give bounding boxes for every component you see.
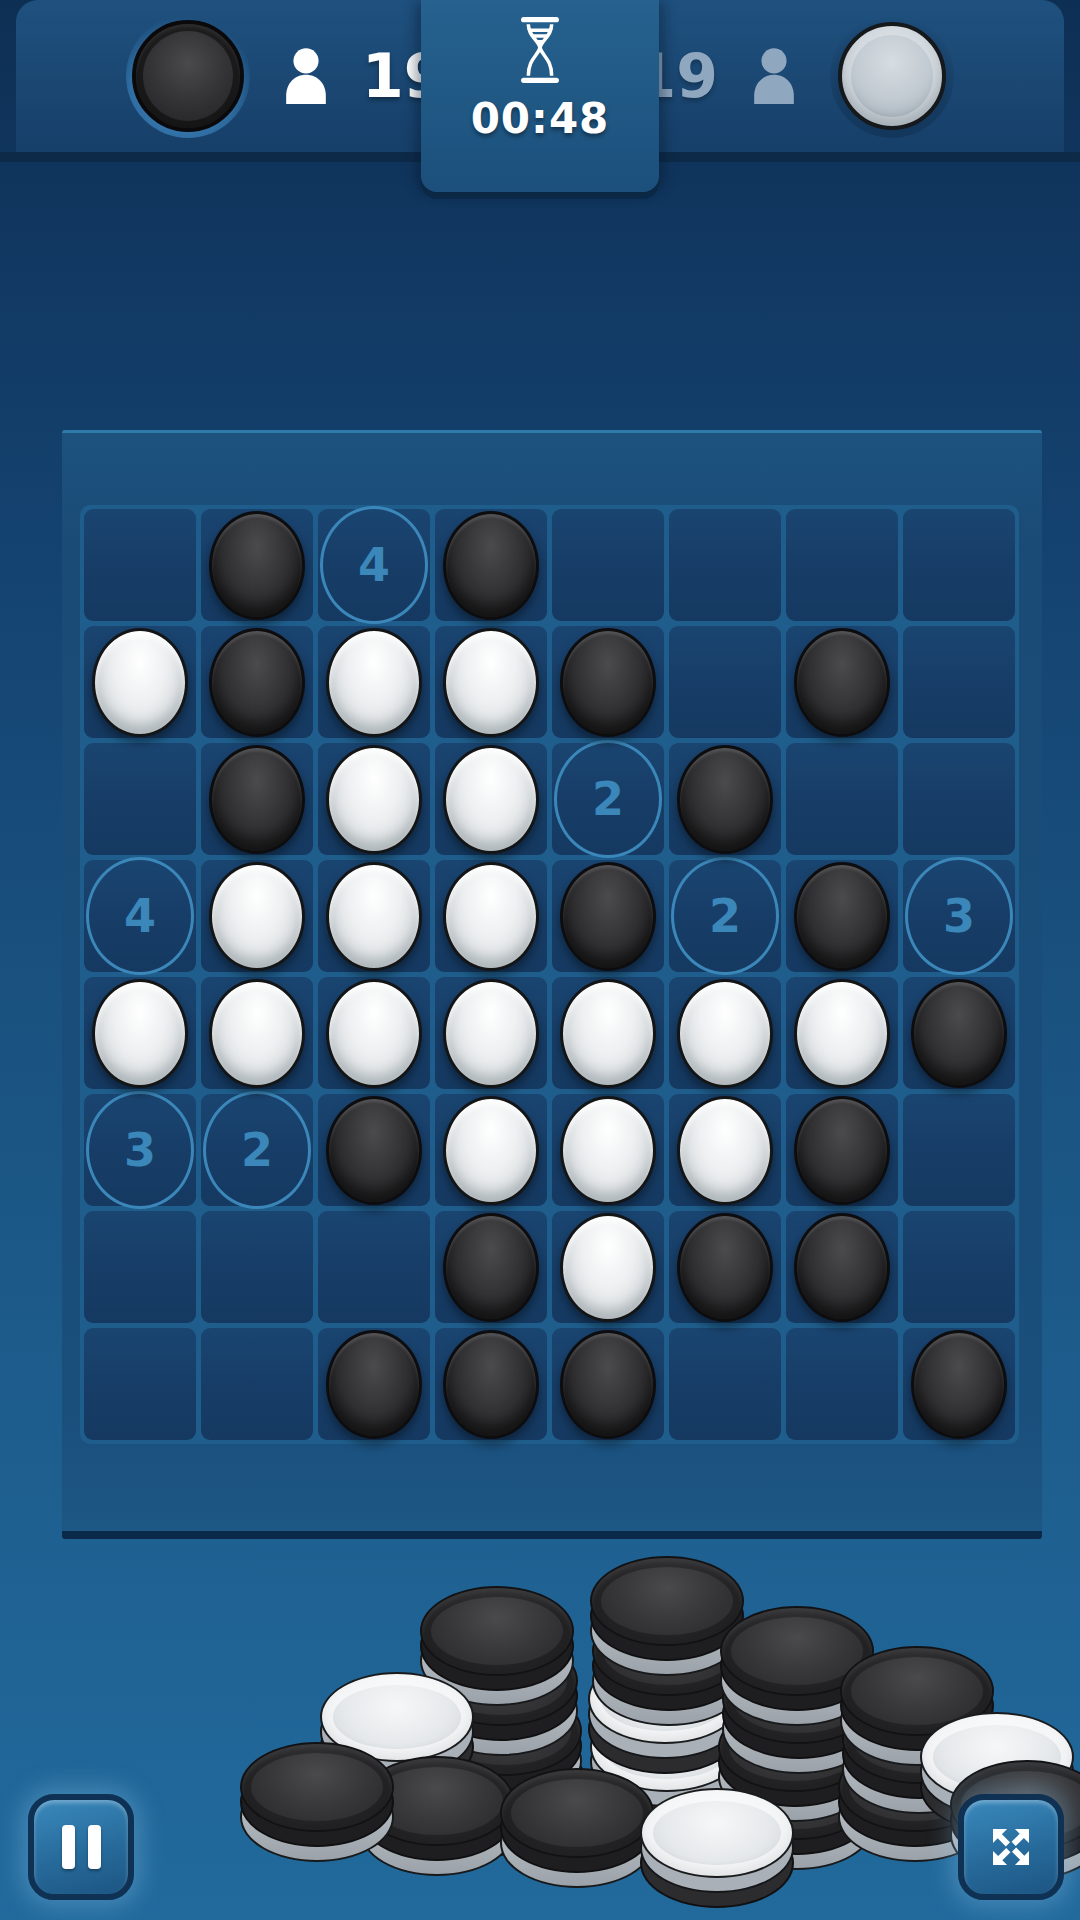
board-cell (786, 1094, 898, 1206)
black-disc (911, 1330, 1007, 1439)
move-hint[interactable]: 2 (554, 740, 662, 858)
black-disc (209, 511, 305, 620)
board-cell (903, 626, 1015, 738)
black-disc (794, 628, 890, 737)
board-cell (552, 977, 664, 1089)
board-cell (552, 1211, 664, 1323)
board-cell (201, 1328, 313, 1440)
board-cell (552, 1094, 664, 1206)
board-cell (669, 1211, 781, 1323)
person-icon (278, 45, 334, 107)
white-disc (92, 628, 188, 737)
pile-disc (320, 1672, 470, 1792)
active-turn-glow (126, 14, 250, 138)
pile-disc (722, 1654, 872, 1774)
board-cell (435, 860, 547, 972)
othello-board: 4242332 (80, 505, 1019, 1444)
black-disc (443, 1213, 539, 1322)
move-hint[interactable]: 4 (320, 506, 428, 624)
board-cell (84, 977, 196, 1089)
board-cell[interactable]: 3 (903, 860, 1015, 972)
board-cell (201, 626, 313, 738)
white-disc (326, 862, 422, 971)
move-hint[interactable]: 2 (671, 857, 779, 975)
board-cell (84, 509, 196, 621)
board-cell (201, 509, 313, 621)
pile-disc (360, 1756, 510, 1876)
white-disc (443, 745, 539, 854)
board-cell (435, 1211, 547, 1323)
idle-turn-ring (830, 14, 954, 138)
board-cell (435, 743, 547, 855)
pile-disc (420, 1586, 570, 1706)
board-cell[interactable]: 4 (318, 509, 430, 621)
board-cell (201, 1211, 313, 1323)
move-hint[interactable]: 3 (86, 1091, 194, 1209)
white-player-panel: 19 (635, 14, 955, 138)
white-disc (677, 979, 773, 1088)
black-disc (326, 1330, 422, 1439)
pile-disc (720, 1606, 870, 1726)
pile-disc (592, 1606, 742, 1726)
white-disc (560, 1096, 656, 1205)
board-cell (903, 1211, 1015, 1323)
pile-disc (590, 1556, 740, 1676)
board-cell (669, 626, 781, 738)
pile-disc (428, 1686, 578, 1806)
black-disc (560, 1330, 656, 1439)
fullscreen-button[interactable] (958, 1794, 1064, 1900)
pile-disc (640, 1788, 790, 1908)
game-board-panel: 4242332 (62, 430, 1042, 1539)
white-disc (443, 862, 539, 971)
pile-disc (432, 1736, 582, 1856)
board-cell (786, 1328, 898, 1440)
board-cell[interactable]: 2 (201, 1094, 313, 1206)
white-disc (443, 1096, 539, 1205)
hourglass-icon (512, 14, 568, 86)
white-disc-icon (838, 22, 946, 130)
white-disc (443, 979, 539, 1088)
board-cell[interactable]: 2 (669, 860, 781, 972)
white-disc (443, 628, 539, 737)
black-disc-icon (132, 20, 244, 132)
white-disc (326, 979, 422, 1088)
white-disc (560, 1213, 656, 1322)
board-cell (903, 977, 1015, 1089)
board-cell (435, 977, 547, 1089)
pile-disc (720, 1750, 870, 1870)
board-cell (903, 1328, 1015, 1440)
board-cell (318, 1328, 430, 1440)
board-cell (435, 1328, 547, 1440)
pile-disc (592, 1750, 742, 1870)
black-disc (677, 1213, 773, 1322)
board-cell (318, 743, 430, 855)
board-cell (786, 509, 898, 621)
board-cell (435, 1094, 547, 1206)
board-cell (552, 626, 664, 738)
white-disc (326, 745, 422, 854)
board-cell[interactable]: 2 (552, 743, 664, 855)
white-disc (794, 979, 890, 1088)
board-cell (84, 626, 196, 738)
board-cell (201, 860, 313, 972)
board-cell (552, 860, 664, 972)
pile-disc (718, 1702, 868, 1822)
board-cell (786, 626, 898, 738)
black-disc (209, 745, 305, 854)
board-cell[interactable]: 3 (84, 1094, 196, 1206)
board-cell (84, 743, 196, 855)
black-disc (794, 1213, 890, 1322)
board-cell (435, 509, 547, 621)
board-cell (669, 1094, 781, 1206)
board-cell (903, 509, 1015, 621)
black-disc (794, 862, 890, 971)
black-disc (326, 1096, 422, 1205)
board-cell (201, 743, 313, 855)
pause-icon (88, 1825, 101, 1869)
board-cell (669, 1328, 781, 1440)
board-cell (201, 977, 313, 1089)
black-disc (209, 628, 305, 737)
white-disc (92, 979, 188, 1088)
expand-arrows-icon (984, 1820, 1038, 1874)
pile-disc (842, 1694, 992, 1814)
black-disc (677, 745, 773, 854)
black-disc (560, 628, 656, 737)
white-disc (326, 628, 422, 737)
board-cell (318, 977, 430, 1089)
black-disc (560, 862, 656, 971)
black-disc (911, 979, 1007, 1088)
pause-icon (62, 1825, 75, 1869)
person-icon (746, 45, 802, 107)
board-cell (903, 743, 1015, 855)
board-cell (786, 977, 898, 1089)
board-cell (318, 860, 430, 972)
black-player-panel: 19 (126, 14, 446, 138)
white-disc (209, 979, 305, 1088)
board-cell (552, 1328, 664, 1440)
board-cell (318, 1094, 430, 1206)
white-disc (677, 1096, 773, 1205)
board-cell (84, 1211, 196, 1323)
board-cell (669, 743, 781, 855)
move-hint[interactable]: 3 (905, 857, 1013, 975)
black-disc (794, 1096, 890, 1205)
pause-button[interactable] (28, 1794, 134, 1900)
board-cell (318, 1211, 430, 1323)
board-cell (318, 626, 430, 738)
board-cell (786, 743, 898, 855)
black-disc (443, 1330, 539, 1439)
board-cell (84, 1328, 196, 1440)
board-cell (669, 509, 781, 621)
timer-panel: 00:48 (421, 0, 659, 192)
pile-disc (840, 1646, 990, 1766)
board-cell (552, 509, 664, 621)
pile-disc (588, 1654, 738, 1774)
black-disc (443, 511, 539, 620)
board-cell[interactable]: 4 (84, 860, 196, 972)
board-cell (669, 977, 781, 1089)
board-cell (435, 626, 547, 738)
move-hint[interactable]: 2 (203, 1091, 311, 1209)
pile-disc (500, 1768, 650, 1888)
timer-text: 00:48 (471, 94, 610, 143)
board-cell (786, 1211, 898, 1323)
pile-disc (590, 1702, 740, 1822)
board-cell (786, 860, 898, 972)
pile-disc (424, 1636, 574, 1756)
white-disc (560, 979, 656, 1088)
pile-disc (240, 1742, 390, 1862)
move-hint[interactable]: 4 (86, 857, 194, 975)
board-cell (903, 1094, 1015, 1206)
white-disc (209, 862, 305, 971)
